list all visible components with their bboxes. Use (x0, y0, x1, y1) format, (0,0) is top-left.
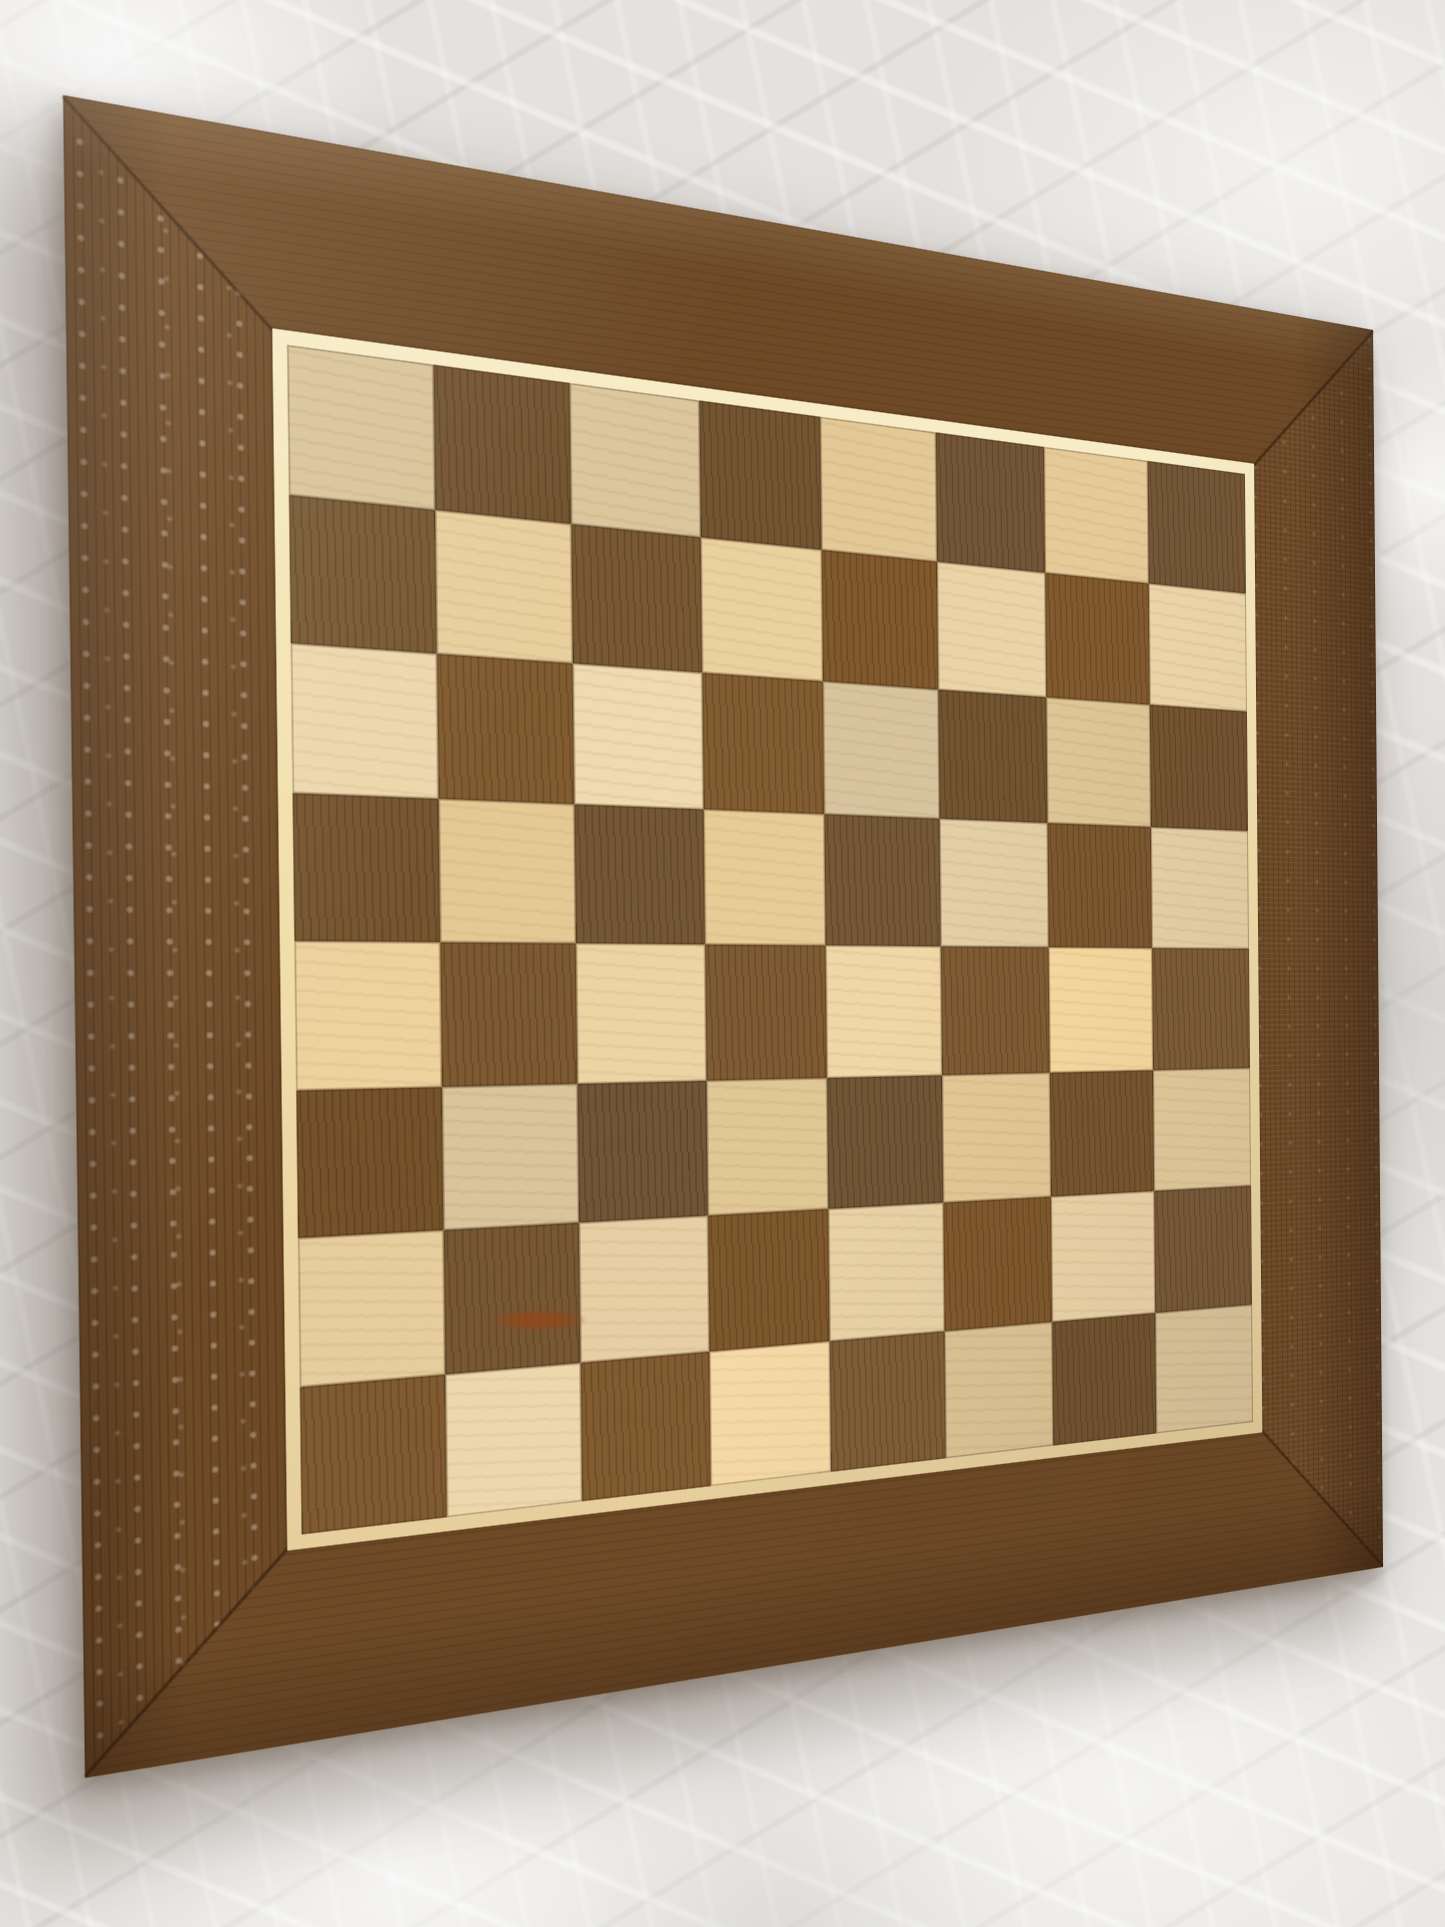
square-b4 (439, 942, 577, 1086)
square-e3 (827, 1075, 943, 1209)
square-d2 (707, 1209, 829, 1351)
square-c6 (573, 663, 703, 808)
square-c7 (571, 523, 701, 672)
square-e4 (826, 945, 942, 1077)
square-d6 (701, 673, 824, 814)
square-b5 (438, 798, 576, 943)
square-f1 (944, 1321, 1053, 1458)
square-f4 (940, 946, 1050, 1074)
square-e2 (828, 1203, 944, 1341)
square-b7 (434, 509, 572, 663)
square-f3 (941, 1072, 1051, 1203)
square-d4 (704, 944, 827, 1080)
square-a4 (294, 941, 441, 1090)
square-f7 (936, 561, 1046, 697)
miter-seam-top-right (1242, 330, 1374, 479)
square-g7 (1045, 572, 1149, 705)
square-c5 (574, 803, 704, 944)
square-a3 (296, 1086, 443, 1238)
square-d3 (706, 1077, 828, 1215)
square-c4 (576, 943, 706, 1083)
square-h2 (1154, 1186, 1252, 1313)
square-b8 (433, 364, 571, 523)
square-h5 (1150, 826, 1249, 948)
square-g1 (1052, 1312, 1156, 1445)
square-d5 (703, 809, 826, 946)
frame-left-rail (63, 95, 306, 1778)
square-e7 (822, 549, 938, 689)
square-c8 (570, 383, 700, 537)
square-f6 (938, 690, 1048, 823)
square-h4 (1151, 948, 1250, 1070)
square-f2 (943, 1197, 1052, 1331)
playing-field (287, 345, 1253, 1535)
square-a8 (287, 345, 434, 509)
square-e1 (830, 1331, 946, 1472)
square-e5 (824, 813, 940, 946)
square-h7 (1148, 583, 1247, 712)
square-h3 (1153, 1067, 1252, 1191)
frame-right-rail (1242, 307, 1383, 1589)
square-a1 (300, 1374, 446, 1535)
square-e6 (823, 681, 939, 818)
square-a6 (291, 643, 438, 798)
square-g4 (1049, 947, 1153, 1072)
square-c1 (581, 1351, 711, 1501)
square-a7 (289, 494, 436, 654)
square-a2 (298, 1230, 445, 1386)
square-b3 (441, 1083, 579, 1230)
square-e8 (820, 417, 936, 561)
square-g3 (1050, 1070, 1154, 1197)
square-g2 (1051, 1191, 1155, 1321)
square-g6 (1046, 697, 1150, 826)
square-d1 (709, 1340, 831, 1486)
square-h6 (1149, 705, 1248, 831)
square-f8 (935, 432, 1045, 572)
square-h8 (1147, 461, 1246, 593)
square-c3 (577, 1080, 707, 1223)
miter-seam-top-left (62, 96, 292, 352)
square-b6 (436, 654, 574, 804)
square-a5 (293, 792, 440, 942)
square-c2 (579, 1216, 709, 1362)
miter-seam-bottom-right (1250, 1417, 1384, 1567)
square-b1 (445, 1362, 583, 1517)
miter-seam-bottom-left (84, 1528, 307, 1777)
square-g5 (1047, 822, 1151, 948)
square-b2 (443, 1223, 581, 1374)
square-g8 (1044, 447, 1148, 583)
square-h1 (1155, 1304, 1253, 1434)
chessboard (63, 95, 1383, 1778)
quartz-countertop (0, 0, 1445, 1927)
square-f5 (939, 818, 1049, 947)
square-d8 (699, 400, 822, 549)
square-d7 (700, 537, 823, 682)
